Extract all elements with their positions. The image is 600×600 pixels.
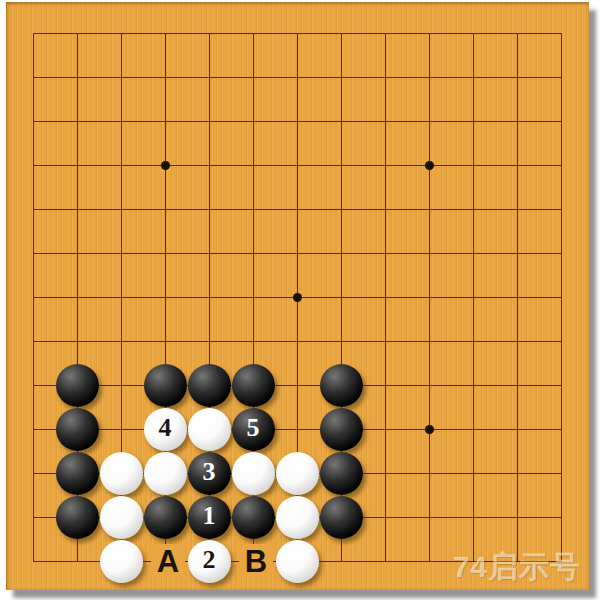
black-stone[interactable] — [320, 408, 363, 451]
marked-point-B[interactable]: B — [239, 544, 273, 578]
grid-line-horizontal — [33, 341, 562, 342]
black-stone[interactable] — [320, 496, 363, 539]
move-number-label: 1 — [203, 503, 216, 529]
grid-line-horizontal — [33, 385, 562, 386]
white-stone[interactable] — [276, 496, 319, 539]
move-number-label: 3 — [203, 459, 216, 485]
move-number-label: 4 — [159, 415, 172, 441]
black-stone[interactable] — [188, 364, 231, 407]
black-stone[interactable] — [56, 408, 99, 451]
white-stone[interactable] — [100, 540, 143, 583]
black-stone[interactable] — [56, 364, 99, 407]
black-stone[interactable]: 5 — [232, 408, 275, 451]
white-stone[interactable] — [100, 452, 143, 495]
black-stone[interactable] — [320, 364, 363, 407]
star-point — [425, 161, 434, 170]
white-stone[interactable] — [276, 540, 319, 583]
black-stone[interactable]: 3 — [188, 452, 231, 495]
grid-line-horizontal — [33, 429, 562, 430]
black-stone[interactable] — [56, 496, 99, 539]
black-stone[interactable] — [232, 364, 275, 407]
go-board: 45312 AB 74启示号 — [6, 2, 589, 590]
grid-line-vertical — [517, 33, 518, 562]
move-number-label: 5 — [247, 415, 260, 441]
grid-line-vertical — [385, 33, 386, 562]
white-stone[interactable]: 4 — [144, 408, 187, 451]
black-stone[interactable] — [232, 496, 275, 539]
black-stone[interactable] — [144, 496, 187, 539]
white-stone[interactable]: 2 — [188, 540, 231, 583]
grid-line-vertical — [561, 33, 562, 562]
white-stone[interactable] — [188, 408, 231, 451]
grid-line-vertical — [473, 33, 474, 562]
star-point — [161, 161, 170, 170]
black-stone[interactable] — [320, 452, 363, 495]
star-point — [293, 293, 302, 302]
move-number-label: 2 — [203, 547, 216, 573]
white-stone[interactable] — [144, 452, 187, 495]
white-stone[interactable] — [276, 452, 319, 495]
black-stone[interactable] — [56, 452, 99, 495]
white-stone[interactable] — [100, 496, 143, 539]
white-stone[interactable] — [232, 452, 275, 495]
star-point — [425, 425, 434, 434]
black-stone[interactable]: 1 — [188, 496, 231, 539]
marked-point-A[interactable]: A — [151, 544, 185, 578]
black-stone[interactable] — [144, 364, 187, 407]
grid-line-vertical — [429, 33, 430, 562]
